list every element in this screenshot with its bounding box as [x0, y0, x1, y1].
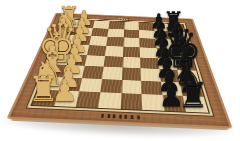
square [175, 58, 196, 70]
square [160, 81, 182, 96]
square [180, 82, 204, 97]
square [104, 45, 122, 56]
square [123, 29, 139, 38]
square [138, 29, 154, 38]
square [138, 22, 154, 30]
square [139, 47, 157, 58]
square [139, 38, 156, 48]
square [100, 78, 121, 93]
square [169, 31, 187, 40]
square [157, 58, 177, 70]
square [122, 46, 140, 57]
square [141, 94, 164, 110]
square [123, 21, 138, 29]
square [91, 27, 108, 36]
square [140, 57, 159, 69]
square [108, 21, 124, 29]
chess-board [6, 12, 232, 128]
square [155, 38, 173, 48]
square [75, 27, 93, 36]
square [162, 95, 186, 112]
square [120, 93, 142, 109]
square [76, 91, 100, 107]
brand-plaque [117, 17, 131, 20]
square [121, 67, 141, 80]
square [58, 77, 82, 91]
square [120, 79, 141, 94]
square [153, 23, 169, 31]
square [62, 19, 80, 27]
brand-plaque-text [119, 18, 128, 19]
square [82, 65, 103, 78]
square [72, 35, 91, 45]
square [106, 36, 123, 46]
square [177, 69, 199, 82]
square [59, 26, 77, 35]
square [77, 19, 94, 27]
square [167, 23, 184, 31]
square [122, 37, 139, 47]
square [87, 45, 106, 56]
square [103, 55, 122, 67]
square [183, 96, 208, 113]
square [171, 39, 190, 49]
square [159, 69, 180, 82]
square [154, 30, 171, 39]
square [122, 56, 141, 68]
square [107, 28, 123, 37]
square [141, 80, 162, 95]
bottom-stamp [100, 114, 139, 119]
square [69, 44, 89, 55]
square [84, 54, 104, 66]
square [79, 78, 102, 93]
square [62, 65, 84, 78]
playing-area [31, 19, 208, 113]
square [93, 20, 109, 28]
square [98, 92, 121, 108]
square [140, 68, 160, 81]
square [89, 36, 107, 46]
square [156, 48, 175, 59]
chessboard-photo: ♜♞♝♛♚♝♞♜♟♟♟♟♟♟♟♟♟♟♟♟♟♟♟♟♜♞♝♛♚♝♞♜ [0, 0, 240, 141]
square [66, 54, 87, 66]
square [101, 66, 121, 79]
square [173, 48, 193, 59]
square [55, 34, 74, 44]
square [54, 90, 79, 106]
